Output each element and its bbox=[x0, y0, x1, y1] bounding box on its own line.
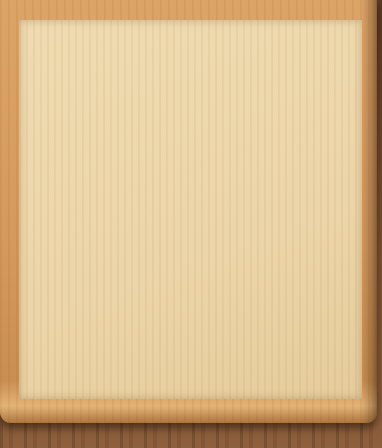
xiangqi-board-screen bbox=[0, 0, 382, 448]
move-arrows bbox=[0, 0, 382, 448]
